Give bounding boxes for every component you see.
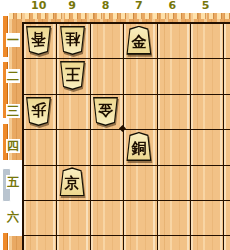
piece-kanji: 歩 (25, 102, 52, 117)
board-cell-10-5[interactable] (24, 166, 57, 201)
piece-gold-7一[interactable]: 金 (125, 26, 152, 55)
frame-dentil-pattern (9, 13, 230, 19)
file-label-6: 6 (168, 0, 176, 12)
piece-kanji: 桂 (59, 31, 86, 46)
piece-gold-8三[interactable]: 金 (92, 97, 119, 126)
bottom-panel-wood-edge (9, 236, 22, 250)
board-cell-7-2[interactable] (124, 59, 157, 94)
piece-body: 歩 (25, 97, 52, 126)
piece-body: 桂 (59, 26, 86, 55)
piece-pawn-10三[interactable]: 歩 (25, 97, 52, 126)
piece-kanji: 王 (59, 66, 86, 81)
rank-label-3: 三 (6, 104, 20, 118)
board-cell-8-2[interactable] (91, 59, 124, 94)
board-cell-5-2[interactable] (191, 59, 224, 94)
rank-label-5: 五 (6, 175, 20, 189)
board-cell-5-7[interactable] (191, 236, 224, 250)
board-cell-8-4[interactable] (91, 130, 124, 165)
piece-body: 金 (92, 97, 119, 126)
board-cell-8-6[interactable] (91, 201, 124, 236)
piece-kanji: 金 (125, 35, 152, 50)
board-cell-6-2[interactable] (158, 59, 191, 94)
board-cell-6-5[interactable] (158, 166, 191, 201)
board-cell-4-1[interactable] (224, 24, 230, 59)
piece-copper-general-7四[interactable]: 銅 (125, 132, 152, 161)
file-label-10: 10 (31, 0, 46, 12)
board-cell-4-4[interactable] (224, 130, 230, 165)
board-cell-4-7[interactable] (224, 236, 230, 250)
piece-kanji: 京 (59, 176, 86, 191)
file-label-7: 7 (135, 0, 143, 12)
panel-edge-bar (3, 233, 8, 250)
piece-lance-10一[interactable]: 香 (25, 26, 52, 55)
piece-body: 香 (25, 26, 52, 55)
board-cell-10-2[interactable] (24, 59, 57, 94)
rank-label-6: 六 (6, 210, 20, 224)
board-cell-10-4[interactable] (24, 130, 57, 165)
file-label-5: 5 (202, 0, 210, 12)
file-coordinates: 10987654 (0, 0, 230, 13)
rank-label-1: 一 (6, 33, 20, 47)
board-cell-9-7[interactable] (57, 236, 90, 250)
piece-kanji: 香 (25, 31, 52, 46)
board-cell-7-7[interactable] (124, 236, 157, 250)
board-cell-10-7[interactable] (24, 236, 57, 250)
board-cell-10-6[interactable] (24, 201, 57, 236)
piece-kanji: 銅 (125, 141, 152, 156)
board-cell-4-5[interactable] (224, 166, 230, 201)
board-cell-9-4[interactable] (57, 130, 90, 165)
rank-label-4: 四 (6, 139, 20, 153)
board-cell-7-6[interactable] (124, 201, 157, 236)
piece-body: 京 (59, 167, 86, 196)
board-cell-7-3[interactable] (124, 95, 157, 130)
rank-label-2: 二 (6, 69, 20, 83)
board-cell-5-6[interactable] (191, 201, 224, 236)
piece-body: 銅 (125, 132, 152, 161)
board-cell-8-5[interactable] (91, 166, 124, 201)
piece-king-9二[interactable]: 王 (59, 61, 86, 90)
piece-knight-9一[interactable]: 桂 (59, 26, 86, 55)
board-cell-8-7[interactable] (91, 236, 124, 250)
board-cell-6-7[interactable] (158, 236, 191, 250)
board-cell-9-6[interactable] (57, 201, 90, 236)
piece-kyo-(capital)-9五[interactable]: 京 (59, 167, 86, 196)
piece-kanji: 金 (92, 102, 119, 117)
board-cell-6-6[interactable] (158, 201, 191, 236)
board-cell-4-6[interactable] (224, 201, 230, 236)
piece-body: 金 (125, 26, 152, 55)
board-cell-6-3[interactable] (158, 95, 191, 130)
board-cell-9-3[interactable] (57, 95, 90, 130)
piece-body: 王 (59, 61, 86, 90)
board-cell-7-5[interactable] (124, 166, 157, 201)
board-cell-5-5[interactable] (191, 166, 224, 201)
board-cell-6-1[interactable] (158, 24, 191, 59)
board-cell-8-1[interactable] (91, 24, 124, 59)
board-cell-5-4[interactable] (191, 130, 224, 165)
file-label-9: 9 (68, 0, 76, 12)
board-cell-5-3[interactable] (191, 95, 224, 130)
board-cell-4-3[interactable] (224, 95, 230, 130)
board-cell-6-4[interactable] (158, 130, 191, 165)
shogi-board-view: 10987654 一二三四五六 香桂金王歩金銅京 (0, 0, 230, 250)
board-cell-5-1[interactable] (191, 24, 224, 59)
board-cell-4-2[interactable] (224, 59, 230, 94)
file-label-8: 8 (102, 0, 110, 12)
